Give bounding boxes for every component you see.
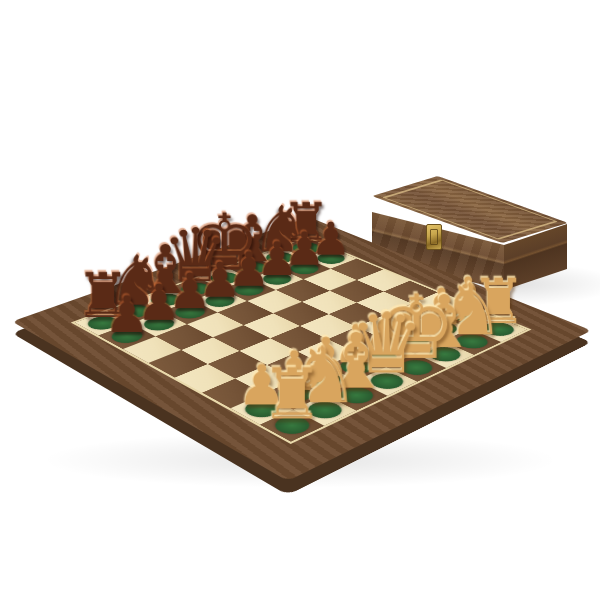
square-a1: ♜ <box>260 409 324 441</box>
square-a7: ♟ <box>99 323 156 349</box>
board-grid: ♜♞♝♛♚♝♞♜♟♟♟♟♟♟♟♟♟♟♟♟♟♟♟♟♜♞♝♛♚♝♞♜ <box>71 237 532 445</box>
piece-black-pawn: ♟ <box>104 289 149 340</box>
chess-board: ♜♞♝♛♚♝♞♜♟♟♟♟♟♟♟♟♟♟♟♟♟♟♟♟♜♞♝♛♚♝♞♜ <box>12 217 591 481</box>
board-perspective-scene: ♜♞♝♛♚♝♞♜♟♟♟♟♟♟♟♟♟♟♟♟♟♟♟♟♜♞♝♛♚♝♞♜ <box>0 0 600 600</box>
board-walnut-frame: ♜♞♝♛♚♝♞♜♟♟♟♟♟♟♟♟♟♟♟♟♟♟♟♟♜♞♝♛♚♝♞♜ <box>12 217 591 481</box>
piece-white-rook: ♜ <box>261 359 324 429</box>
chess-set-photo: ♜♞♝♛♚♝♞♜♟♟♟♟♟♟♟♟♟♟♟♟♟♟♟♟♜♞♝♛♚♝♞♜ <box>0 0 600 600</box>
